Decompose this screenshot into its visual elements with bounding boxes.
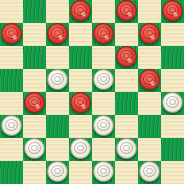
white-man[interactable] [24,138,45,159]
white-man[interactable] [93,69,114,90]
piece-inner-ring [146,76,153,82]
square-2[interactable] [69,0,92,23]
checkers-board [0,0,184,184]
white-man[interactable] [47,69,68,90]
red-man[interactable] [93,23,114,44]
piece-outer-ring [166,4,179,16]
light-square [46,46,69,69]
piece-outer-ring [5,119,18,131]
red-man[interactable] [139,23,160,44]
light-square [115,23,138,46]
white-man[interactable] [47,161,68,182]
square-25[interactable] [23,138,46,161]
light-square [0,0,23,23]
piece-outer-ring [120,4,133,16]
square-11[interactable] [115,46,138,69]
piece-outer-ring [28,142,41,154]
light-square [69,23,92,46]
light-square [0,92,23,115]
light-square [69,69,92,92]
white-man[interactable] [139,161,160,182]
light-square [92,138,115,161]
square-29[interactable] [0,161,23,184]
light-square [161,23,184,46]
piece-outer-ring [143,165,156,177]
square-16[interactable] [138,69,161,92]
white-man[interactable] [70,138,91,159]
white-man[interactable] [93,115,114,136]
piece-inner-ring [123,7,130,13]
piece-inner-ring [123,53,130,59]
red-man[interactable] [1,23,22,44]
light-square [161,161,184,184]
piece-outer-ring [97,27,110,39]
white-man[interactable] [162,92,183,113]
piece-outer-ring [74,96,87,108]
square-19[interactable] [115,92,138,115]
square-23[interactable] [92,115,115,138]
square-32[interactable] [138,161,161,184]
square-30[interactable] [46,161,69,184]
red-man[interactable] [24,92,45,113]
piece-inner-ring [54,76,61,82]
piece-inner-ring [146,168,153,174]
square-27[interactable] [115,138,138,161]
light-square [0,138,23,161]
square-6[interactable] [46,23,69,46]
piece-inner-ring [31,145,38,151]
light-square [138,92,161,115]
square-18[interactable] [69,92,92,115]
light-square [138,0,161,23]
piece-outer-ring [120,142,133,154]
square-22[interactable] [46,115,69,138]
piece-outer-ring [143,27,156,39]
square-3[interactable] [115,0,138,23]
piece-inner-ring [146,30,153,36]
piece-inner-ring [8,122,15,128]
light-square [115,115,138,138]
piece-inner-ring [31,99,38,105]
light-square [161,115,184,138]
square-15[interactable] [92,69,115,92]
piece-inner-ring [77,99,84,105]
light-square [92,46,115,69]
light-square [69,161,92,184]
square-10[interactable] [69,46,92,69]
square-8[interactable] [138,23,161,46]
piece-outer-ring [143,73,156,85]
square-13[interactable] [0,69,23,92]
light-square [46,0,69,23]
piece-inner-ring [123,145,130,151]
piece-outer-ring [120,50,133,62]
square-24[interactable] [138,115,161,138]
square-17[interactable] [23,92,46,115]
piece-outer-ring [28,96,41,108]
light-square [138,138,161,161]
light-square [161,69,184,92]
piece-inner-ring [100,168,107,174]
piece-inner-ring [77,7,84,13]
red-man[interactable] [139,69,160,90]
light-square [23,115,46,138]
piece-inner-ring [169,99,176,105]
red-man[interactable] [162,0,183,21]
piece-outer-ring [51,27,64,39]
light-square [92,0,115,23]
light-square [0,46,23,69]
light-square [69,115,92,138]
square-14[interactable] [46,69,69,92]
piece-inner-ring [100,122,107,128]
white-man[interactable] [1,115,22,136]
piece-outer-ring [74,4,87,16]
light-square [23,161,46,184]
piece-inner-ring [77,145,84,151]
red-man[interactable] [70,92,91,113]
square-1[interactable] [23,0,46,23]
piece-inner-ring [54,168,61,174]
square-31[interactable] [92,161,115,184]
piece-inner-ring [54,30,61,36]
piece-outer-ring [97,165,110,177]
piece-outer-ring [166,96,179,108]
light-square [115,161,138,184]
square-7[interactable] [92,23,115,46]
light-square [92,92,115,115]
red-man[interactable] [116,46,137,67]
light-square [23,69,46,92]
square-5[interactable] [0,23,23,46]
red-man[interactable] [116,0,137,21]
square-4[interactable] [161,0,184,23]
piece-outer-ring [5,27,18,39]
light-square [138,46,161,69]
square-20[interactable] [161,92,184,115]
light-square [46,92,69,115]
piece-inner-ring [169,7,176,13]
square-9[interactable] [23,46,46,69]
light-square [115,69,138,92]
white-man[interactable] [116,138,137,159]
piece-outer-ring [51,73,64,85]
square-21[interactable] [0,115,23,138]
square-26[interactable] [69,138,92,161]
piece-outer-ring [74,142,87,154]
red-man[interactable] [47,23,68,44]
piece-inner-ring [100,30,107,36]
piece-outer-ring [97,73,110,85]
piece-outer-ring [51,165,64,177]
piece-inner-ring [100,76,107,82]
square-12[interactable] [161,46,184,69]
piece-inner-ring [8,30,15,36]
square-28[interactable] [161,138,184,161]
light-square [23,23,46,46]
light-square [46,138,69,161]
white-man[interactable] [93,161,114,182]
red-man[interactable] [70,0,91,21]
piece-outer-ring [97,119,110,131]
